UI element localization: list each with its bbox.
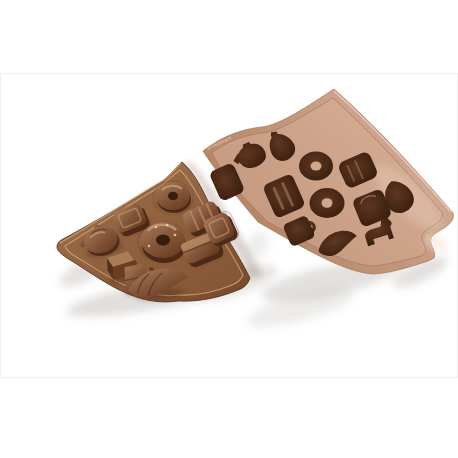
cavity-donut-ring-2: [310, 188, 345, 218]
chocolate-large-donut: [141, 222, 186, 263]
product-photo: silikomart: [0, 0, 458, 458]
photo-canvas: silikomart: [0, 0, 458, 458]
cavity-donut-ring-1: [299, 152, 333, 181]
